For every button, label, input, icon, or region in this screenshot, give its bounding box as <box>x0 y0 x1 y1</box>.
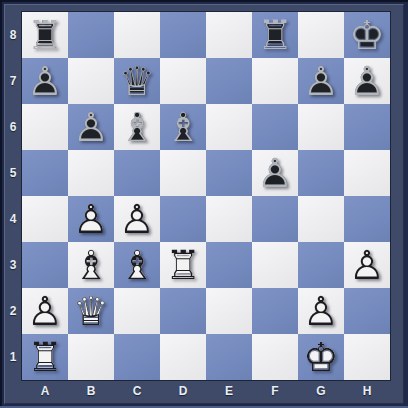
square-b6[interactable]: ♟♙ <box>68 104 114 150</box>
square-e2[interactable] <box>206 288 252 334</box>
white-bishop-glyph-fill: ♝ <box>68 242 114 288</box>
square-f8[interactable]: ♜♖ <box>252 12 298 58</box>
square-e8[interactable] <box>206 12 252 58</box>
white-queen-piece[interactable]: ♛♕ <box>68 288 114 334</box>
rank-label-6: 6 <box>4 104 22 150</box>
rank-label-1: 1 <box>4 334 22 380</box>
square-f1[interactable] <box>252 334 298 380</box>
file-label-h: H <box>344 381 390 403</box>
square-a8[interactable]: ♜♖ <box>22 12 68 58</box>
square-a7[interactable]: ♟♙ <box>22 58 68 104</box>
square-h2[interactable] <box>344 288 390 334</box>
black-bishop-glyph-detail: ♗ <box>160 104 206 150</box>
white-pawn-glyph-fill: ♟ <box>298 288 344 334</box>
black-pawn-piece[interactable]: ♟♙ <box>298 58 344 104</box>
white-pawn-piece[interactable]: ♟♙ <box>68 196 114 242</box>
square-g1[interactable]: ♚♔ <box>298 334 344 380</box>
square-f2[interactable] <box>252 288 298 334</box>
square-a1[interactable]: ♜♖ <box>22 334 68 380</box>
file-label-d: D <box>160 381 206 403</box>
white-pawn-glyph-detail: ♙ <box>298 288 344 334</box>
white-bishop-glyph-fill: ♝ <box>114 242 160 288</box>
square-c7[interactable]: ♛♕ <box>114 58 160 104</box>
square-f5[interactable]: ♟♙ <box>252 150 298 196</box>
square-d1[interactable] <box>160 334 206 380</box>
white-rook-glyph-detail: ♖ <box>160 242 206 288</box>
black-pawn-piece[interactable]: ♟♙ <box>344 58 390 104</box>
square-b3[interactable]: ♝♗ <box>68 242 114 288</box>
black-king-glyph-fill: ♚ <box>344 12 390 58</box>
black-king-glyph-detail: ♔ <box>344 12 390 58</box>
black-pawn-glyph-fill: ♟ <box>68 104 114 150</box>
square-c6[interactable]: ♝♗ <box>114 104 160 150</box>
black-rook-piece[interactable]: ♜♖ <box>252 12 298 58</box>
white-rook-glyph-fill: ♜ <box>160 242 206 288</box>
white-pawn-glyph-detail: ♙ <box>22 288 68 334</box>
square-f4[interactable] <box>252 196 298 242</box>
square-c4[interactable]: ♟♙ <box>114 196 160 242</box>
chess-board: 87654321 ♜♖♜♖♚♔♟♙♛♕♟♙♟♙♟♙♝♗♝♗♟♙♟♙♟♙♝♗♝♗♜… <box>0 0 408 408</box>
square-e3[interactable] <box>206 242 252 288</box>
black-pawn-glyph-detail: ♙ <box>344 58 390 104</box>
square-c3[interactable]: ♝♗ <box>114 242 160 288</box>
black-pawn-glyph-detail: ♙ <box>68 104 114 150</box>
square-c8[interactable] <box>114 12 160 58</box>
white-queen-glyph-detail: ♕ <box>68 288 114 334</box>
black-rook-glyph-fill: ♜ <box>252 12 298 58</box>
white-rook-piece[interactable]: ♜♖ <box>22 334 68 380</box>
square-c2[interactable] <box>114 288 160 334</box>
black-bishop-glyph-fill: ♝ <box>160 104 206 150</box>
black-rook-glyph-fill: ♜ <box>22 12 68 58</box>
white-rook-piece[interactable]: ♜♖ <box>160 242 206 288</box>
file-labels: ABCDEFGH <box>22 381 390 403</box>
black-bishop-glyph-fill: ♝ <box>114 104 160 150</box>
square-c1[interactable] <box>114 334 160 380</box>
square-e6[interactable] <box>206 104 252 150</box>
white-pawn-piece[interactable]: ♟♙ <box>344 242 390 288</box>
white-pawn-piece[interactable]: ♟♙ <box>22 288 68 334</box>
white-pawn-glyph-fill: ♟ <box>68 196 114 242</box>
square-d6[interactable]: ♝♗ <box>160 104 206 150</box>
square-g6[interactable] <box>298 104 344 150</box>
rank-label-7: 7 <box>4 58 22 104</box>
white-rook-glyph-fill: ♜ <box>22 334 68 380</box>
black-bishop-piece[interactable]: ♝♗ <box>114 104 160 150</box>
file-label-c: C <box>114 381 160 403</box>
square-h4[interactable] <box>344 196 390 242</box>
square-d7[interactable] <box>160 58 206 104</box>
black-bishop-piece[interactable]: ♝♗ <box>160 104 206 150</box>
square-g8[interactable] <box>298 12 344 58</box>
white-pawn-glyph-detail: ♙ <box>68 196 114 242</box>
square-d5[interactable] <box>160 150 206 196</box>
board-grid: ♜♖♜♖♚♔♟♙♛♕♟♙♟♙♟♙♝♗♝♗♟♙♟♙♟♙♝♗♝♗♜♖♟♙♟♙♛♕♟♙… <box>22 12 390 380</box>
square-e4[interactable] <box>206 196 252 242</box>
square-b5[interactable] <box>68 150 114 196</box>
black-queen-piece[interactable]: ♛♕ <box>114 58 160 104</box>
square-h8[interactable]: ♚♔ <box>344 12 390 58</box>
square-g3[interactable] <box>298 242 344 288</box>
square-g7[interactable]: ♟♙ <box>298 58 344 104</box>
white-king-piece[interactable]: ♚♔ <box>298 334 344 380</box>
white-pawn-piece[interactable]: ♟♙ <box>114 196 160 242</box>
rank-label-2: 2 <box>4 288 22 334</box>
black-pawn-glyph-detail: ♙ <box>22 58 68 104</box>
white-pawn-piece[interactable]: ♟♙ <box>298 288 344 334</box>
square-a2[interactable]: ♟♙ <box>22 288 68 334</box>
square-b4[interactable]: ♟♙ <box>68 196 114 242</box>
square-f3[interactable] <box>252 242 298 288</box>
file-label-b: B <box>68 381 114 403</box>
black-pawn-piece[interactable]: ♟♙ <box>68 104 114 150</box>
square-b2[interactable]: ♛♕ <box>68 288 114 334</box>
white-pawn-glyph-fill: ♟ <box>22 288 68 334</box>
white-bishop-piece[interactable]: ♝♗ <box>114 242 160 288</box>
square-d2[interactable] <box>160 288 206 334</box>
white-bishop-glyph-detail: ♗ <box>68 242 114 288</box>
white-pawn-glyph-detail: ♙ <box>114 196 160 242</box>
square-d3[interactable]: ♜♖ <box>160 242 206 288</box>
rank-labels: 87654321 <box>4 12 22 380</box>
square-g2[interactable]: ♟♙ <box>298 288 344 334</box>
white-bishop-piece[interactable]: ♝♗ <box>68 242 114 288</box>
white-king-glyph-detail: ♔ <box>298 334 344 380</box>
file-label-e: E <box>206 381 252 403</box>
square-h5[interactable] <box>344 150 390 196</box>
square-h1[interactable] <box>344 334 390 380</box>
rank-label-4: 4 <box>4 196 22 242</box>
black-queen-glyph-detail: ♕ <box>114 58 160 104</box>
square-c5[interactable] <box>114 150 160 196</box>
black-pawn-glyph-fill: ♟ <box>344 58 390 104</box>
black-pawn-glyph-detail: ♙ <box>252 150 298 196</box>
square-g5[interactable] <box>298 150 344 196</box>
square-b7[interactable] <box>68 58 114 104</box>
black-pawn-piece[interactable]: ♟♙ <box>22 58 68 104</box>
square-e5[interactable] <box>206 150 252 196</box>
square-f7[interactable] <box>252 58 298 104</box>
white-pawn-glyph-fill: ♟ <box>344 242 390 288</box>
square-a5[interactable] <box>22 150 68 196</box>
square-g4[interactable] <box>298 196 344 242</box>
square-a6[interactable] <box>22 104 68 150</box>
white-pawn-glyph-detail: ♙ <box>344 242 390 288</box>
black-pawn-glyph-fill: ♟ <box>22 58 68 104</box>
square-f6[interactable] <box>252 104 298 150</box>
square-a3[interactable] <box>22 242 68 288</box>
square-b8[interactable] <box>68 12 114 58</box>
black-king-piece[interactable]: ♚♔ <box>344 12 390 58</box>
black-queen-glyph-fill: ♛ <box>114 58 160 104</box>
file-label-g: G <box>298 381 344 403</box>
white-queen-glyph-fill: ♛ <box>68 288 114 334</box>
white-pawn-glyph-fill: ♟ <box>114 196 160 242</box>
square-d8[interactable] <box>160 12 206 58</box>
square-e1[interactable] <box>206 334 252 380</box>
white-king-glyph-fill: ♚ <box>298 334 344 380</box>
black-pawn-glyph-fill: ♟ <box>252 150 298 196</box>
square-h7[interactable]: ♟♙ <box>344 58 390 104</box>
black-pawn-piece[interactable]: ♟♙ <box>252 150 298 196</box>
black-rook-piece[interactable]: ♜♖ <box>22 12 68 58</box>
file-label-f: F <box>252 381 298 403</box>
black-bishop-glyph-detail: ♗ <box>114 104 160 150</box>
square-a4[interactable] <box>22 196 68 242</box>
black-pawn-glyph-detail: ♙ <box>298 58 344 104</box>
white-rook-glyph-detail: ♖ <box>22 334 68 380</box>
file-label-a: A <box>22 381 68 403</box>
black-rook-glyph-detail: ♖ <box>22 12 68 58</box>
rank-label-5: 5 <box>4 150 22 196</box>
board-frame: 87654321 ♜♖♜♖♚♔♟♙♛♕♟♙♟♙♟♙♝♗♝♗♟♙♟♙♟♙♝♗♝♗♜… <box>4 4 404 404</box>
square-e7[interactable] <box>206 58 252 104</box>
square-h3[interactable]: ♟♙ <box>344 242 390 288</box>
white-bishop-glyph-detail: ♗ <box>114 242 160 288</box>
rank-label-3: 3 <box>4 242 22 288</box>
square-h6[interactable] <box>344 104 390 150</box>
black-rook-glyph-detail: ♖ <box>252 12 298 58</box>
rank-label-8: 8 <box>4 12 22 58</box>
black-pawn-glyph-fill: ♟ <box>298 58 344 104</box>
square-d4[interactable] <box>160 196 206 242</box>
square-b1[interactable] <box>68 334 114 380</box>
